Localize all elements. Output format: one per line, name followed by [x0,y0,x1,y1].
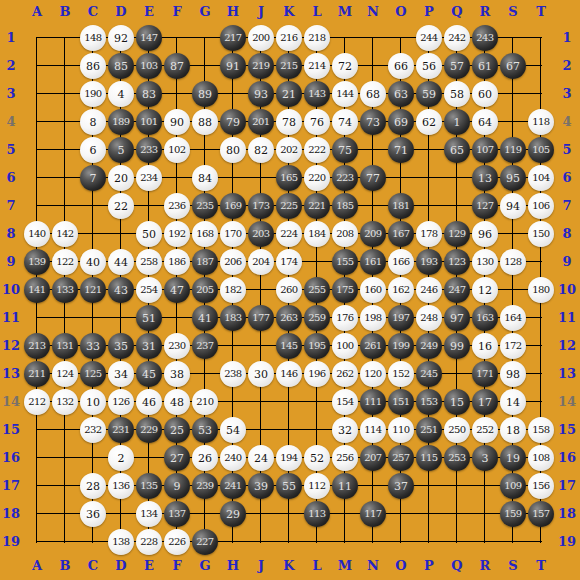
intersection-C18[interactable]: 36 [79,500,107,528]
intersection-L14[interactable] [303,388,331,416]
intersection-F8[interactable]: 192 [163,220,191,248]
intersection-Q16[interactable]: 253 [443,444,471,472]
intersection-N12[interactable]: 261 [359,332,387,360]
intersection-A15[interactable] [23,416,51,444]
intersection-J6[interactable] [247,164,275,192]
intersection-L8[interactable]: 184 [303,220,331,248]
intersection-B11[interactable] [51,304,79,332]
intersection-O7[interactable]: 181 [387,192,415,220]
intersection-D17[interactable]: 136 [107,472,135,500]
intersection-K14[interactable] [275,388,303,416]
intersection-A18[interactable] [23,500,51,528]
intersection-B12[interactable]: 131 [51,332,79,360]
intersection-T13[interactable] [527,360,555,388]
intersection-J7[interactable]: 173 [247,192,275,220]
intersection-T2[interactable] [527,52,555,80]
intersection-J8[interactable]: 203 [247,220,275,248]
intersection-E15[interactable]: 229 [135,416,163,444]
intersection-A2[interactable] [23,52,51,80]
intersection-G16[interactable]: 26 [191,444,219,472]
intersection-R11[interactable]: 163 [471,304,499,332]
intersection-K9[interactable]: 174 [275,248,303,276]
intersection-E6[interactable]: 234 [135,164,163,192]
intersection-K4[interactable]: 78 [275,108,303,136]
intersection-F16[interactable]: 27 [163,444,191,472]
intersection-K2[interactable]: 215 [275,52,303,80]
intersection-B4[interactable] [51,108,79,136]
intersection-A8[interactable]: 140 [23,220,51,248]
intersection-H4[interactable]: 79 [219,108,247,136]
intersection-M13[interactable]: 262 [331,360,359,388]
intersection-L12[interactable]: 195 [303,332,331,360]
intersection-T17[interactable]: 156 [527,472,555,500]
intersection-R4[interactable]: 64 [471,108,499,136]
intersection-Q12[interactable]: 99 [443,332,471,360]
intersection-B1[interactable] [51,24,79,52]
intersection-R12[interactable]: 16 [471,332,499,360]
intersection-F6[interactable] [163,164,191,192]
intersection-E3[interactable]: 83 [135,80,163,108]
intersection-E10[interactable]: 254 [135,276,163,304]
intersection-G8[interactable]: 168 [191,220,219,248]
intersection-A19[interactable] [23,528,51,556]
intersection-H11[interactable]: 183 [219,304,247,332]
intersection-K7[interactable]: 225 [275,192,303,220]
intersection-A6[interactable] [23,164,51,192]
intersection-B13[interactable]: 124 [51,360,79,388]
intersection-Q9[interactable]: 123 [443,248,471,276]
intersection-F3[interactable] [163,80,191,108]
intersection-L10[interactable]: 255 [303,276,331,304]
intersection-P19[interactable] [415,528,443,556]
intersection-H15[interactable]: 54 [219,416,247,444]
intersection-N18[interactable]: 117 [359,500,387,528]
intersection-D7[interactable]: 22 [107,192,135,220]
intersection-C2[interactable]: 86 [79,52,107,80]
intersection-D10[interactable]: 43 [107,276,135,304]
intersection-T12[interactable] [527,332,555,360]
intersection-N13[interactable]: 120 [359,360,387,388]
intersection-P17[interactable] [415,472,443,500]
intersection-O10[interactable]: 162 [387,276,415,304]
intersection-G2[interactable] [191,52,219,80]
intersection-P2[interactable]: 56 [415,52,443,80]
intersection-O19[interactable] [387,528,415,556]
intersection-H18[interactable]: 29 [219,500,247,528]
intersection-T1[interactable] [527,24,555,52]
intersection-S3[interactable] [499,80,527,108]
intersection-E8[interactable]: 50 [135,220,163,248]
intersection-Q13[interactable] [443,360,471,388]
intersection-L3[interactable]: 143 [303,80,331,108]
intersection-O9[interactable]: 166 [387,248,415,276]
intersection-E5[interactable]: 233 [135,136,163,164]
intersection-O8[interactable]: 167 [387,220,415,248]
intersection-T7[interactable]: 106 [527,192,555,220]
intersection-Q19[interactable] [443,528,471,556]
intersection-F9[interactable]: 186 [163,248,191,276]
intersection-A16[interactable] [23,444,51,472]
intersection-H1[interactable]: 217 [219,24,247,52]
intersection-E18[interactable]: 134 [135,500,163,528]
intersection-Q4[interactable]: 1 [443,108,471,136]
intersection-M10[interactable]: 175 [331,276,359,304]
intersection-J16[interactable]: 24 [247,444,275,472]
intersection-M15[interactable]: 32 [331,416,359,444]
intersection-K18[interactable] [275,500,303,528]
intersection-E12[interactable]: 31 [135,332,163,360]
intersection-P15[interactable]: 251 [415,416,443,444]
intersection-F4[interactable]: 90 [163,108,191,136]
intersection-O4[interactable]: 69 [387,108,415,136]
intersection-P6[interactable] [415,164,443,192]
intersection-S9[interactable]: 128 [499,248,527,276]
intersection-S16[interactable]: 19 [499,444,527,472]
intersection-T4[interactable]: 118 [527,108,555,136]
intersection-T10[interactable]: 180 [527,276,555,304]
intersection-F12[interactable]: 230 [163,332,191,360]
intersection-T15[interactable]: 158 [527,416,555,444]
intersection-J14[interactable] [247,388,275,416]
intersection-M5[interactable]: 75 [331,136,359,164]
intersection-R3[interactable]: 60 [471,80,499,108]
intersection-J2[interactable]: 219 [247,52,275,80]
intersection-J11[interactable]: 177 [247,304,275,332]
intersection-R19[interactable] [471,528,499,556]
intersection-C19[interactable] [79,528,107,556]
intersection-H6[interactable] [219,164,247,192]
intersection-B9[interactable]: 122 [51,248,79,276]
intersection-M11[interactable]: 176 [331,304,359,332]
intersection-O12[interactable]: 199 [387,332,415,360]
intersection-R17[interactable] [471,472,499,500]
intersection-N14[interactable]: 111 [359,388,387,416]
intersection-K1[interactable]: 216 [275,24,303,52]
intersection-M7[interactable]: 185 [331,192,359,220]
intersection-F17[interactable]: 9 [163,472,191,500]
intersection-M8[interactable]: 208 [331,220,359,248]
intersection-B14[interactable]: 132 [51,388,79,416]
intersection-S15[interactable]: 18 [499,416,527,444]
intersection-L18[interactable]: 113 [303,500,331,528]
intersection-F18[interactable]: 137 [163,500,191,528]
intersection-J10[interactable] [247,276,275,304]
intersection-F15[interactable]: 25 [163,416,191,444]
intersection-B8[interactable]: 142 [51,220,79,248]
intersection-Q11[interactable]: 97 [443,304,471,332]
intersection-M2[interactable]: 72 [331,52,359,80]
intersection-F10[interactable]: 47 [163,276,191,304]
intersection-T16[interactable]: 108 [527,444,555,472]
intersection-R10[interactable]: 12 [471,276,499,304]
intersection-M18[interactable] [331,500,359,528]
intersection-J3[interactable]: 93 [247,80,275,108]
intersection-M14[interactable]: 154 [331,388,359,416]
intersection-G10[interactable]: 205 [191,276,219,304]
intersection-P16[interactable]: 115 [415,444,443,472]
intersection-E7[interactable] [135,192,163,220]
intersection-H17[interactable]: 241 [219,472,247,500]
intersection-T6[interactable]: 104 [527,164,555,192]
intersection-K5[interactable]: 202 [275,136,303,164]
intersection-G6[interactable]: 84 [191,164,219,192]
intersection-S11[interactable]: 164 [499,304,527,332]
intersection-T19[interactable] [527,528,555,556]
intersection-J17[interactable]: 39 [247,472,275,500]
intersection-E17[interactable]: 135 [135,472,163,500]
intersection-O6[interactable] [387,164,415,192]
intersection-A4[interactable] [23,108,51,136]
intersection-P3[interactable]: 59 [415,80,443,108]
intersection-H14[interactable] [219,388,247,416]
intersection-E9[interactable]: 258 [135,248,163,276]
intersection-K13[interactable]: 146 [275,360,303,388]
intersection-Q14[interactable]: 15 [443,388,471,416]
intersection-D11[interactable] [107,304,135,332]
intersection-D19[interactable]: 138 [107,528,135,556]
intersection-K6[interactable]: 165 [275,164,303,192]
intersection-C6[interactable]: 7 [79,164,107,192]
intersection-C8[interactable] [79,220,107,248]
intersection-J18[interactable] [247,500,275,528]
intersection-R8[interactable]: 96 [471,220,499,248]
intersection-K12[interactable]: 145 [275,332,303,360]
intersection-L6[interactable]: 220 [303,164,331,192]
intersection-T5[interactable]: 105 [527,136,555,164]
intersection-Q18[interactable] [443,500,471,528]
intersection-S13[interactable]: 98 [499,360,527,388]
intersection-G9[interactable]: 187 [191,248,219,276]
intersection-N5[interactable] [359,136,387,164]
intersection-G13[interactable] [191,360,219,388]
intersection-A12[interactable]: 213 [23,332,51,360]
intersection-O13[interactable]: 152 [387,360,415,388]
intersection-C10[interactable]: 121 [79,276,107,304]
intersection-E16[interactable] [135,444,163,472]
intersection-C4[interactable]: 8 [79,108,107,136]
intersection-T3[interactable] [527,80,555,108]
intersection-O5[interactable]: 71 [387,136,415,164]
intersection-C14[interactable]: 10 [79,388,107,416]
intersection-A1[interactable] [23,24,51,52]
intersection-N2[interactable] [359,52,387,80]
intersection-N19[interactable] [359,528,387,556]
intersection-M3[interactable]: 144 [331,80,359,108]
intersection-S14[interactable]: 14 [499,388,527,416]
intersection-N16[interactable]: 207 [359,444,387,472]
intersection-P11[interactable]: 248 [415,304,443,332]
intersection-G14[interactable]: 210 [191,388,219,416]
intersection-J19[interactable] [247,528,275,556]
intersection-C3[interactable]: 190 [79,80,107,108]
intersection-N6[interactable]: 77 [359,164,387,192]
intersection-R1[interactable]: 243 [471,24,499,52]
intersection-G17[interactable]: 239 [191,472,219,500]
intersection-G18[interactable] [191,500,219,528]
intersection-K3[interactable]: 21 [275,80,303,108]
intersection-N9[interactable]: 161 [359,248,387,276]
intersection-B3[interactable] [51,80,79,108]
intersection-G11[interactable]: 41 [191,304,219,332]
intersection-O15[interactable]: 110 [387,416,415,444]
intersection-M4[interactable]: 74 [331,108,359,136]
intersection-Q10[interactable]: 247 [443,276,471,304]
intersection-A7[interactable] [23,192,51,220]
intersection-S7[interactable]: 94 [499,192,527,220]
intersection-Q1[interactable]: 242 [443,24,471,52]
intersection-H5[interactable]: 80 [219,136,247,164]
intersection-O2[interactable]: 66 [387,52,415,80]
intersection-R18[interactable] [471,500,499,528]
intersection-G19[interactable]: 227 [191,528,219,556]
intersection-H16[interactable]: 240 [219,444,247,472]
intersection-L1[interactable]: 218 [303,24,331,52]
intersection-C15[interactable]: 232 [79,416,107,444]
intersection-T9[interactable] [527,248,555,276]
intersection-C9[interactable]: 40 [79,248,107,276]
intersection-G5[interactable] [191,136,219,164]
intersection-D5[interactable]: 5 [107,136,135,164]
intersection-O14[interactable]: 151 [387,388,415,416]
intersection-D1[interactable]: 92 [107,24,135,52]
intersection-L17[interactable]: 112 [303,472,331,500]
intersection-C16[interactable] [79,444,107,472]
intersection-G12[interactable]: 237 [191,332,219,360]
intersection-S4[interactable] [499,108,527,136]
intersection-A13[interactable]: 211 [23,360,51,388]
intersection-S6[interactable]: 95 [499,164,527,192]
intersection-K10[interactable]: 260 [275,276,303,304]
intersection-B2[interactable] [51,52,79,80]
intersection-L16[interactable]: 52 [303,444,331,472]
intersection-D14[interactable]: 126 [107,388,135,416]
intersection-F1[interactable] [163,24,191,52]
intersection-P12[interactable]: 249 [415,332,443,360]
intersection-M9[interactable]: 155 [331,248,359,276]
intersection-K17[interactable]: 55 [275,472,303,500]
intersection-D13[interactable]: 34 [107,360,135,388]
intersection-R2[interactable]: 61 [471,52,499,80]
intersection-R15[interactable]: 252 [471,416,499,444]
intersection-D3[interactable]: 4 [107,80,135,108]
intersection-P5[interactable] [415,136,443,164]
intersection-H7[interactable]: 169 [219,192,247,220]
intersection-C11[interactable] [79,304,107,332]
intersection-O17[interactable]: 37 [387,472,415,500]
intersection-A3[interactable] [23,80,51,108]
intersection-P7[interactable] [415,192,443,220]
intersection-C1[interactable]: 148 [79,24,107,52]
intersection-H10[interactable]: 182 [219,276,247,304]
intersection-N4[interactable]: 73 [359,108,387,136]
intersection-A14[interactable]: 212 [23,388,51,416]
intersection-A17[interactable] [23,472,51,500]
intersection-R9[interactable]: 130 [471,248,499,276]
intersection-K11[interactable]: 263 [275,304,303,332]
intersection-A5[interactable] [23,136,51,164]
intersection-H12[interactable] [219,332,247,360]
intersection-R7[interactable]: 127 [471,192,499,220]
intersection-M19[interactable] [331,528,359,556]
intersection-E2[interactable]: 103 [135,52,163,80]
intersection-H3[interactable] [219,80,247,108]
intersection-J4[interactable]: 201 [247,108,275,136]
intersection-D4[interactable]: 189 [107,108,135,136]
intersection-O18[interactable] [387,500,415,528]
intersection-P4[interactable]: 62 [415,108,443,136]
intersection-S1[interactable] [499,24,527,52]
intersection-R14[interactable]: 17 [471,388,499,416]
intersection-R13[interactable]: 171 [471,360,499,388]
intersection-D6[interactable]: 20 [107,164,135,192]
intersection-O16[interactable]: 257 [387,444,415,472]
intersection-S8[interactable] [499,220,527,248]
intersection-F19[interactable]: 226 [163,528,191,556]
intersection-N1[interactable] [359,24,387,52]
intersection-H19[interactable] [219,528,247,556]
intersection-L13[interactable]: 196 [303,360,331,388]
intersection-E1[interactable]: 147 [135,24,163,52]
intersection-Q7[interactable] [443,192,471,220]
intersection-E19[interactable]: 228 [135,528,163,556]
intersection-H8[interactable]: 170 [219,220,247,248]
intersection-C7[interactable] [79,192,107,220]
intersection-L11[interactable]: 259 [303,304,331,332]
intersection-J12[interactable] [247,332,275,360]
intersection-L5[interactable]: 222 [303,136,331,164]
intersection-N3[interactable]: 68 [359,80,387,108]
intersection-N8[interactable]: 209 [359,220,387,248]
intersection-P8[interactable]: 178 [415,220,443,248]
intersection-F13[interactable]: 38 [163,360,191,388]
intersection-S17[interactable]: 109 [499,472,527,500]
intersection-F14[interactable]: 48 [163,388,191,416]
intersection-E4[interactable]: 101 [135,108,163,136]
intersection-M1[interactable] [331,24,359,52]
intersection-P13[interactable]: 245 [415,360,443,388]
intersection-D8[interactable] [107,220,135,248]
intersection-K15[interactable] [275,416,303,444]
intersection-B15[interactable] [51,416,79,444]
intersection-T18[interactable]: 157 [527,500,555,528]
intersection-S12[interactable]: 172 [499,332,527,360]
intersection-L15[interactable] [303,416,331,444]
intersection-P14[interactable]: 153 [415,388,443,416]
intersection-S2[interactable]: 67 [499,52,527,80]
intersection-T14[interactable] [527,388,555,416]
intersection-B5[interactable] [51,136,79,164]
intersection-B16[interactable] [51,444,79,472]
intersection-P18[interactable] [415,500,443,528]
intersection-Q15[interactable]: 250 [443,416,471,444]
intersection-F11[interactable] [163,304,191,332]
intersection-K16[interactable]: 194 [275,444,303,472]
intersection-N7[interactable] [359,192,387,220]
intersection-B18[interactable] [51,500,79,528]
intersection-N10[interactable]: 160 [359,276,387,304]
intersection-G4[interactable]: 88 [191,108,219,136]
intersection-L9[interactable] [303,248,331,276]
intersection-E14[interactable]: 46 [135,388,163,416]
intersection-K8[interactable]: 224 [275,220,303,248]
intersection-C12[interactable]: 33 [79,332,107,360]
intersection-M12[interactable]: 100 [331,332,359,360]
intersection-T11[interactable] [527,304,555,332]
intersection-S5[interactable]: 119 [499,136,527,164]
intersection-Q3[interactable]: 58 [443,80,471,108]
intersection-F5[interactable]: 102 [163,136,191,164]
intersection-R16[interactable]: 3 [471,444,499,472]
